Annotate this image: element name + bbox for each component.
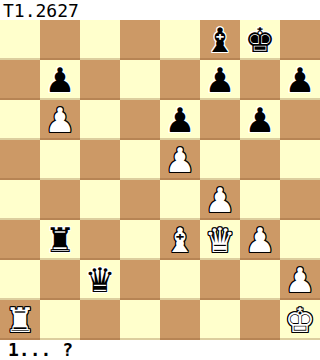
square-f4[interactable]: ♟ xyxy=(200,180,240,220)
square-d6[interactable] xyxy=(120,100,160,140)
square-e1[interactable] xyxy=(160,300,200,340)
square-b6[interactable]: ♟ xyxy=(40,100,80,140)
piece-white-bishop[interactable]: ♝ xyxy=(160,220,200,260)
square-f6[interactable] xyxy=(200,100,240,140)
square-a7[interactable] xyxy=(0,60,40,100)
square-h3[interactable] xyxy=(280,220,320,260)
square-g6[interactable]: ♟ xyxy=(240,100,280,140)
piece-white-rook[interactable]: ♜ xyxy=(0,300,40,340)
square-h4[interactable] xyxy=(280,180,320,220)
square-c6[interactable] xyxy=(80,100,120,140)
piece-black-king[interactable]: ♚ xyxy=(240,20,280,60)
square-d8[interactable] xyxy=(120,20,160,60)
square-a8[interactable] xyxy=(0,20,40,60)
square-d5[interactable] xyxy=(120,140,160,180)
square-b7[interactable]: ♟ xyxy=(40,60,80,100)
square-a6[interactable] xyxy=(0,100,40,140)
piece-white-pawn[interactable]: ♟ xyxy=(160,140,200,180)
square-b5[interactable] xyxy=(40,140,80,180)
square-e4[interactable] xyxy=(160,180,200,220)
piece-black-pawn[interactable]: ♟ xyxy=(160,100,200,140)
square-g3[interactable]: ♟ xyxy=(240,220,280,260)
square-h5[interactable] xyxy=(280,140,320,180)
square-h7[interactable]: ♟ xyxy=(280,60,320,100)
square-g8[interactable]: ♚ xyxy=(240,20,280,60)
chess-puzzle-window: T1.2627 ♝♚♟♟♟♟♟♟♟♟♜♝♛♟♛♟♜♚ 1... ? xyxy=(0,0,320,360)
square-b8[interactable] xyxy=(40,20,80,60)
piece-white-pawn[interactable]: ♟ xyxy=(280,260,320,300)
square-e5[interactable]: ♟ xyxy=(160,140,200,180)
square-b1[interactable] xyxy=(40,300,80,340)
piece-white-queen[interactable]: ♛ xyxy=(200,220,240,260)
square-b4[interactable] xyxy=(40,180,80,220)
square-f8[interactable]: ♝ xyxy=(200,20,240,60)
square-e8[interactable] xyxy=(160,20,200,60)
square-c5[interactable] xyxy=(80,140,120,180)
square-h6[interactable] xyxy=(280,100,320,140)
square-c7[interactable] xyxy=(80,60,120,100)
square-f2[interactable] xyxy=(200,260,240,300)
square-c3[interactable] xyxy=(80,220,120,260)
piece-white-pawn[interactable]: ♟ xyxy=(40,100,80,140)
square-c1[interactable] xyxy=(80,300,120,340)
square-f3[interactable]: ♛ xyxy=(200,220,240,260)
square-c8[interactable] xyxy=(80,20,120,60)
square-d7[interactable] xyxy=(120,60,160,100)
square-c2[interactable]: ♛ xyxy=(80,260,120,300)
square-g1[interactable] xyxy=(240,300,280,340)
square-e6[interactable]: ♟ xyxy=(160,100,200,140)
piece-white-pawn[interactable]: ♟ xyxy=(240,220,280,260)
piece-black-pawn[interactable]: ♟ xyxy=(40,60,80,100)
square-d3[interactable] xyxy=(120,220,160,260)
square-g4[interactable] xyxy=(240,180,280,220)
piece-white-king[interactable]: ♚ xyxy=(280,300,320,340)
square-f1[interactable] xyxy=(200,300,240,340)
piece-black-queen[interactable]: ♛ xyxy=(80,260,120,300)
piece-black-pawn[interactable]: ♟ xyxy=(280,60,320,100)
square-e3[interactable]: ♝ xyxy=(160,220,200,260)
square-f5[interactable] xyxy=(200,140,240,180)
square-d4[interactable] xyxy=(120,180,160,220)
square-b2[interactable] xyxy=(40,260,80,300)
square-e7[interactable] xyxy=(160,60,200,100)
square-h1[interactable]: ♚ xyxy=(280,300,320,340)
piece-black-rook[interactable]: ♜ xyxy=(40,220,80,260)
piece-black-pawn[interactable]: ♟ xyxy=(240,100,280,140)
square-f7[interactable]: ♟ xyxy=(200,60,240,100)
piece-black-pawn[interactable]: ♟ xyxy=(200,60,240,100)
square-d1[interactable] xyxy=(120,300,160,340)
chess-board: ♝♚♟♟♟♟♟♟♟♟♜♝♛♟♛♟♜♚ xyxy=(0,20,320,340)
square-g2[interactable] xyxy=(240,260,280,300)
square-a4[interactable] xyxy=(0,180,40,220)
move-prompt: 1... ? xyxy=(0,340,320,360)
puzzle-title: T1.2627 xyxy=(0,0,320,20)
square-h8[interactable] xyxy=(280,20,320,60)
square-g7[interactable] xyxy=(240,60,280,100)
piece-white-pawn[interactable]: ♟ xyxy=(200,180,240,220)
square-c4[interactable] xyxy=(80,180,120,220)
square-h2[interactable]: ♟ xyxy=(280,260,320,300)
square-a5[interactable] xyxy=(0,140,40,180)
square-a1[interactable]: ♜ xyxy=(0,300,40,340)
square-a3[interactable] xyxy=(0,220,40,260)
piece-black-bishop[interactable]: ♝ xyxy=(200,20,240,60)
square-g5[interactable] xyxy=(240,140,280,180)
square-d2[interactable] xyxy=(120,260,160,300)
square-b3[interactable]: ♜ xyxy=(40,220,80,260)
square-e2[interactable] xyxy=(160,260,200,300)
square-a2[interactable] xyxy=(0,260,40,300)
